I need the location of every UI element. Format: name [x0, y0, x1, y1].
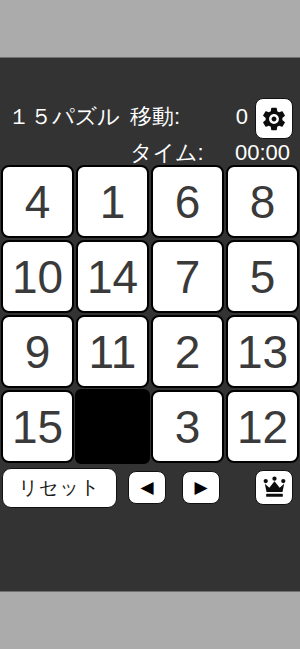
tile-8[interactable]: 8	[226, 165, 299, 238]
tile-7[interactable]: 7	[151, 240, 224, 313]
tile-1[interactable]: 1	[76, 165, 149, 238]
moves-label: 移動:	[130, 104, 180, 130]
puzzle-board: 416810147591121315312	[0, 164, 300, 464]
tile-3[interactable]: 3	[151, 390, 224, 463]
tile-6[interactable]: 6	[151, 165, 224, 238]
tile-14[interactable]: 14	[76, 240, 149, 313]
settings-button[interactable]	[255, 98, 293, 139]
tile-2[interactable]: 2	[151, 315, 224, 388]
tile-13[interactable]: 13	[226, 315, 299, 388]
tile-5[interactable]: 5	[226, 240, 299, 313]
right-arrow-icon: ▶	[194, 479, 207, 496]
moves-row: 移動: 0	[130, 104, 248, 130]
reset-button[interactable]: リセット	[2, 468, 117, 508]
tile-15[interactable]: 15	[1, 390, 74, 463]
gear-icon	[260, 105, 288, 133]
app-screen: １５パズル 移動: 0 タイム: 00:00 41681014759112131…	[0, 57, 300, 592]
letterbox-top	[0, 0, 300, 57]
screen: { "game": "15-puzzle (sliding tile puzzl…	[0, 0, 300, 649]
tile-10[interactable]: 10	[1, 240, 74, 313]
ranking-button[interactable]	[255, 470, 293, 505]
time-label: タイム:	[130, 140, 204, 166]
redo-button[interactable]: ▶	[182, 471, 220, 504]
undo-button[interactable]: ◀	[128, 471, 166, 504]
moves-value: 0	[236, 104, 248, 130]
crown-icon	[261, 474, 288, 501]
letterbox-bottom	[0, 592, 300, 649]
app-title: １５パズル	[8, 104, 120, 130]
tile-12[interactable]: 12	[226, 390, 299, 463]
tile-11[interactable]: 11	[76, 315, 149, 388]
time-value: 00:00	[235, 140, 290, 166]
tile-4[interactable]: 4	[1, 165, 74, 238]
tile-9[interactable]: 9	[1, 315, 74, 388]
empty-cell	[75, 389, 150, 464]
time-row: タイム: 00:00	[130, 140, 290, 166]
left-arrow-icon: ◀	[140, 479, 153, 496]
